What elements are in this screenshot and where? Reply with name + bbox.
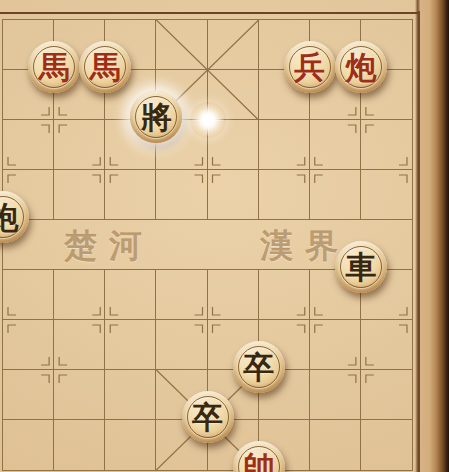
- piece-black-soldier-2[interactable]: 卒: [182, 391, 234, 443]
- piece-character: 卒: [182, 391, 234, 443]
- piece-character: 兵: [284, 41, 336, 93]
- grid-cell: [259, 120, 310, 170]
- grid-cell: [54, 220, 105, 270]
- piece-character: 將: [130, 91, 182, 143]
- grid-cell: [310, 120, 361, 170]
- piece-character: 炮: [0, 191, 29, 243]
- piece-red-horse-1[interactable]: 馬: [28, 41, 80, 93]
- grid-cell: [3, 120, 54, 170]
- board-frame-right: [415, 0, 449, 472]
- grid-cell: [156, 170, 207, 220]
- grid-cell: [208, 270, 259, 320]
- piece-character: 車: [335, 241, 387, 293]
- grid-cell: [361, 320, 412, 370]
- grid-cell: [208, 20, 259, 70]
- move-sparkle-effect: [190, 102, 226, 138]
- piece-character: 炮: [335, 41, 387, 93]
- grid-cell: [361, 120, 412, 170]
- grid-cell: [54, 370, 105, 420]
- grid-cell: [361, 420, 412, 470]
- grid-cell: [105, 420, 156, 470]
- grid-cell: [54, 170, 105, 220]
- grid-cell: [105, 270, 156, 320]
- grid-cell: [361, 370, 412, 420]
- piece-black-chariot[interactable]: 車: [335, 241, 387, 293]
- grid-cell: [156, 320, 207, 370]
- grid-cell: [208, 220, 259, 270]
- piece-character: 帥: [233, 441, 285, 472]
- grid-cell: [54, 420, 105, 470]
- grid-cell: [3, 370, 54, 420]
- grid-cell: [310, 170, 361, 220]
- grid-cell: [310, 420, 361, 470]
- grid-cell: [3, 270, 54, 320]
- grid-cell: [361, 170, 412, 220]
- piece-red-horse-2[interactable]: 馬: [79, 41, 131, 93]
- piece-black-general[interactable]: 將: [130, 91, 182, 143]
- grid-cell: [310, 370, 361, 420]
- piece-black-cannon[interactable]: 炮: [0, 191, 29, 243]
- piece-character: 馬: [28, 41, 80, 93]
- board-frame-right-border: [418, 11, 420, 472]
- grid-cell: [259, 220, 310, 270]
- grid-cell: [105, 220, 156, 270]
- grid-cell: [208, 170, 259, 220]
- grid-cell: [105, 370, 156, 420]
- grid-cell: [54, 120, 105, 170]
- grid-cell: [310, 320, 361, 370]
- grid-cell: [156, 270, 207, 320]
- grid-cell: [156, 220, 207, 270]
- grid-cell: [259, 170, 310, 220]
- grid-cell: [54, 270, 105, 320]
- grid-cell: [54, 320, 105, 370]
- grid-cell: [156, 20, 207, 70]
- piece-black-soldier-1[interactable]: 卒: [233, 341, 285, 393]
- piece-red-soldier[interactable]: 兵: [284, 41, 336, 93]
- piece-character: 馬: [79, 41, 131, 93]
- grid-cell: [3, 320, 54, 370]
- piece-red-general[interactable]: 帥: [233, 441, 285, 472]
- grid-cell: [3, 420, 54, 470]
- piece-red-cannon[interactable]: 炮: [335, 41, 387, 93]
- grid-cell: [105, 170, 156, 220]
- piece-character: 卒: [233, 341, 285, 393]
- xiangqi-app: 楚河 漢界 馬馬兵炮將炮車卒卒帥: [0, 0, 449, 472]
- grid-cell: [259, 270, 310, 320]
- board-frame-top-border: [0, 12, 419, 14]
- grid-cell: [105, 320, 156, 370]
